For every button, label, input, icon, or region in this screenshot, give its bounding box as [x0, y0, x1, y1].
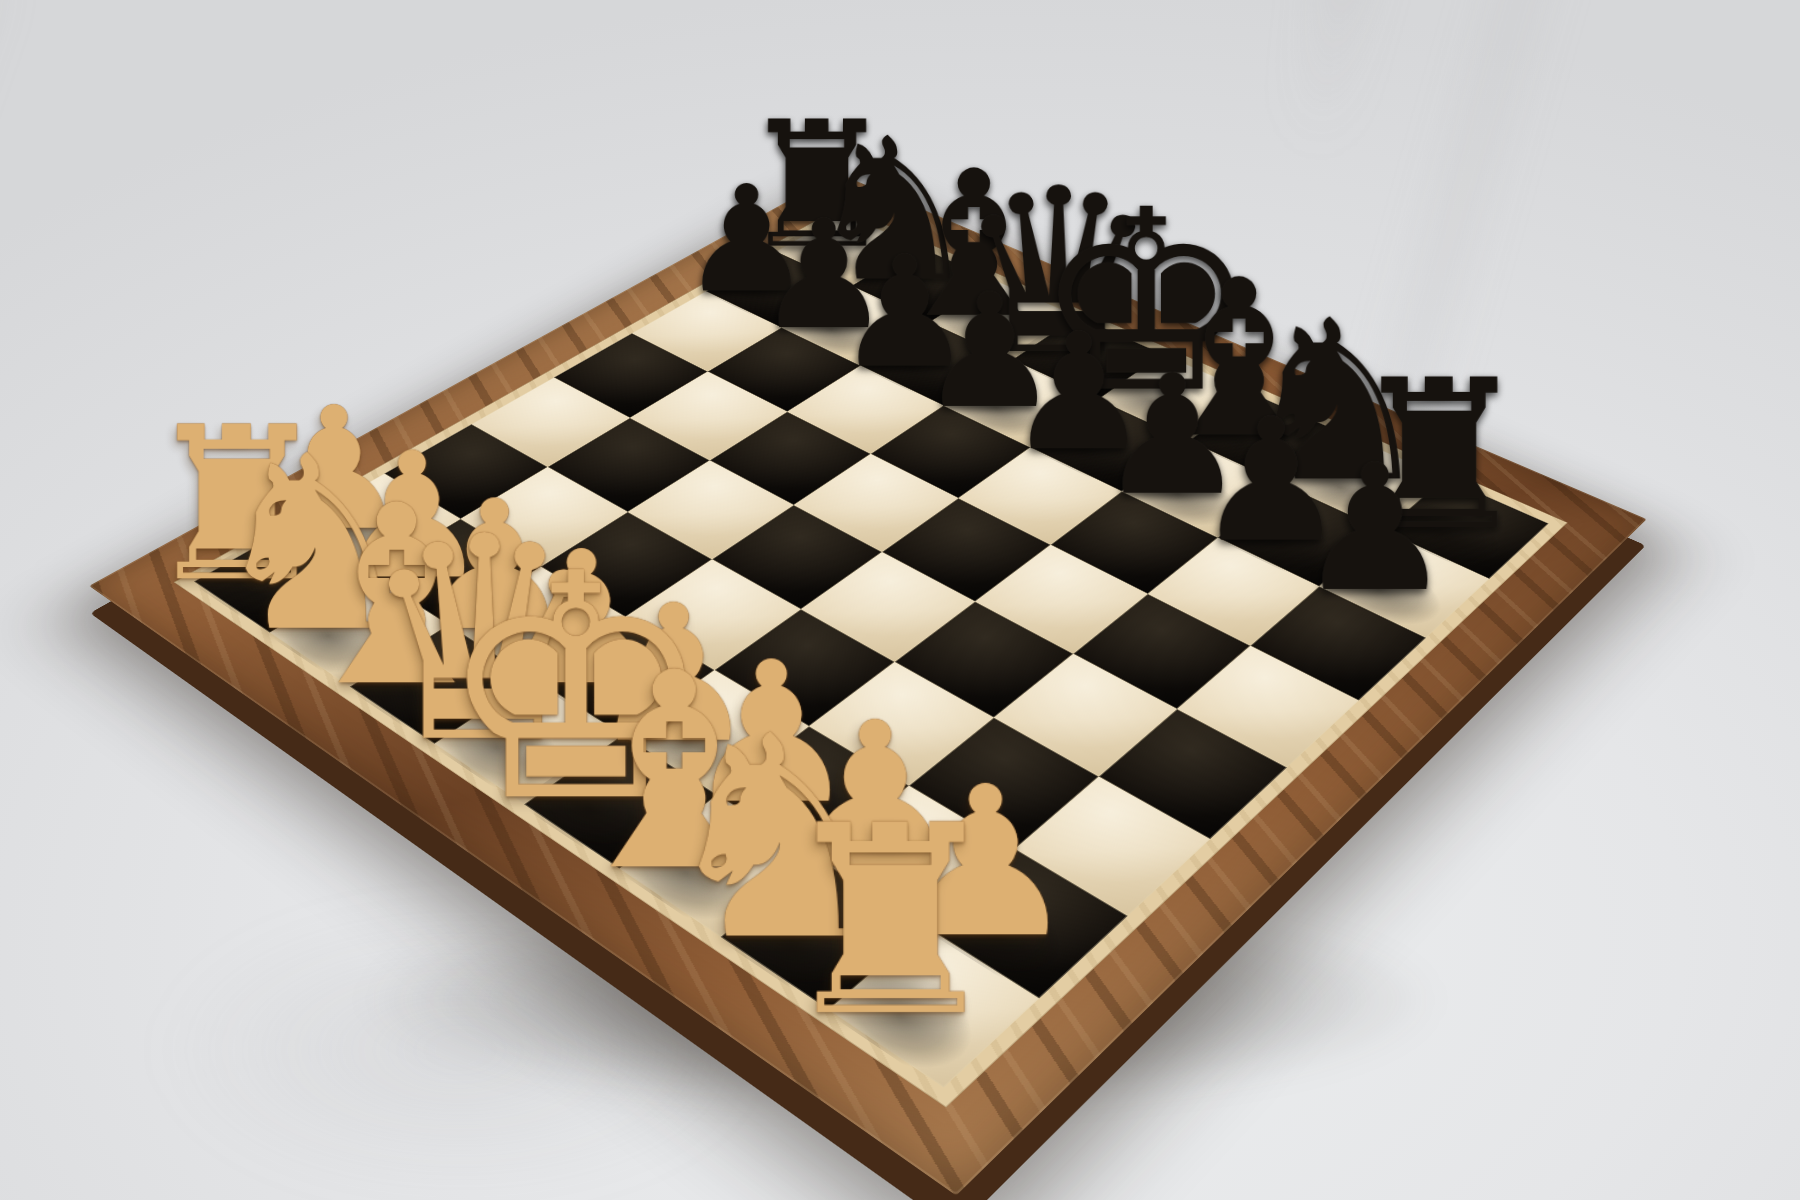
chess-board: ♜♞♝♛♚♝♞♜♟♟♟♟♟♟♟♟♟♟♟♟♟♟♟♟♜♞♝♛♚♝♞♜ [89, 173, 1647, 1196]
pieces-layer: ♜♞♝♛♚♝♞♜♟♟♟♟♟♟♟♟♟♟♟♟♟♟♟♟♜♞♝♛♚♝♞♜ [194, 214, 1549, 1088]
product-photo-scene: ♜♞♝♛♚♝♞♜♟♟♟♟♟♟♟♟♟♟♟♟♟♟♟♟♜♞♝♛♚♝♞♜ [0, 0, 1800, 1200]
black-pawn-glyph: ♟ [1297, 448, 1454, 609]
white-rook-glyph: ♜ [773, 803, 1007, 1043]
board-perspective: ♜♞♝♛♚♝♞♜♟♟♟♟♟♟♟♟♟♟♟♟♟♟♟♟♜♞♝♛♚♝♞♜ [0, 0, 1800, 1200]
